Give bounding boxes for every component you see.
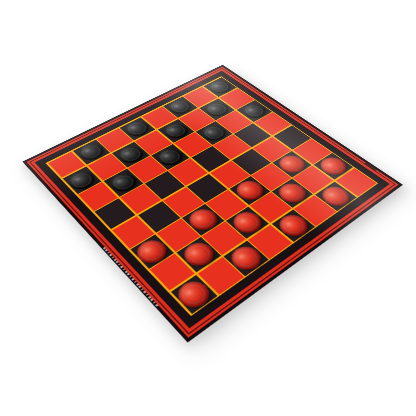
checkers-board [22,65,403,343]
border-red-stripe-outer [26,67,398,338]
board-tilt-wrapper [22,65,403,343]
border-black-band [35,71,390,329]
border-red-stripe-inner [31,69,395,333]
border-pinstripe [29,68,395,334]
product-photo [0,0,416,416]
border-yellow-line [46,76,379,316]
board-grid [48,77,376,314]
